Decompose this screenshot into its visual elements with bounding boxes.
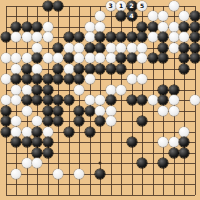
stone-white[interactable] bbox=[106, 85, 116, 95]
stone-white[interactable] bbox=[74, 53, 84, 63]
stone-black[interactable] bbox=[22, 22, 32, 32]
stone-white-move-5[interactable]: 5 bbox=[137, 1, 147, 11]
stone-black[interactable] bbox=[32, 95, 42, 105]
stone-black[interactable] bbox=[43, 74, 53, 84]
stone-white[interactable] bbox=[95, 11, 105, 21]
stone-white[interactable] bbox=[64, 43, 74, 53]
stone-white[interactable] bbox=[116, 43, 126, 53]
stone-white[interactable] bbox=[169, 43, 179, 53]
stone-black[interactable] bbox=[22, 95, 32, 105]
stone-black[interactable] bbox=[179, 43, 189, 53]
stone-white[interactable] bbox=[169, 95, 179, 105]
stone-white[interactable] bbox=[32, 43, 42, 53]
stone-white[interactable] bbox=[106, 53, 116, 63]
stone-white-move-1[interactable]: 1 bbox=[116, 1, 126, 11]
stone-white[interactable] bbox=[11, 95, 21, 105]
stone-white[interactable] bbox=[1, 74, 11, 84]
stone-white[interactable] bbox=[1, 95, 11, 105]
stone-white[interactable] bbox=[169, 32, 179, 42]
stone-white[interactable] bbox=[179, 11, 189, 21]
stone-black[interactable] bbox=[32, 137, 42, 147]
stone-black[interactable] bbox=[158, 53, 168, 63]
stone-black[interactable] bbox=[106, 95, 116, 105]
stone-white[interactable] bbox=[179, 127, 189, 137]
stone-white[interactable] bbox=[85, 53, 95, 63]
stone-black[interactable] bbox=[43, 106, 53, 116]
stone-black[interactable] bbox=[169, 85, 179, 95]
stone-black[interactable] bbox=[127, 137, 137, 147]
stone-white[interactable] bbox=[43, 32, 53, 42]
stone-black-move-4[interactable]: 4 bbox=[127, 11, 137, 21]
stone-black[interactable] bbox=[1, 106, 11, 116]
stone-black[interactable] bbox=[190, 53, 200, 63]
stone-white[interactable] bbox=[11, 85, 21, 95]
stone-black[interactable] bbox=[64, 127, 74, 137]
stone-black[interactable] bbox=[64, 74, 74, 84]
stone-white[interactable] bbox=[169, 106, 179, 116]
stone-black[interactable] bbox=[179, 53, 189, 63]
stone-black[interactable] bbox=[74, 32, 84, 42]
stone-white[interactable] bbox=[95, 22, 105, 32]
stone-black[interactable] bbox=[137, 158, 147, 168]
stone-white[interactable] bbox=[95, 95, 105, 105]
grid-line-horizontal bbox=[6, 184, 195, 185]
stone-black[interactable] bbox=[32, 85, 42, 95]
stone-white[interactable] bbox=[137, 43, 147, 53]
stone-black[interactable] bbox=[74, 106, 84, 116]
stone-white[interactable] bbox=[1, 53, 11, 63]
stone-black[interactable] bbox=[190, 43, 200, 53]
stone-black[interactable] bbox=[74, 74, 84, 84]
stone-black[interactable] bbox=[22, 74, 32, 84]
stone-white[interactable] bbox=[43, 127, 53, 137]
stone-black[interactable] bbox=[148, 22, 158, 32]
stone-black-move-2[interactable]: 2 bbox=[127, 1, 137, 11]
stone-black[interactable] bbox=[43, 148, 53, 158]
stone-black[interactable] bbox=[116, 53, 126, 63]
stone-white[interactable] bbox=[22, 85, 32, 95]
stone-black[interactable] bbox=[158, 95, 168, 105]
stone-white[interactable] bbox=[158, 11, 168, 21]
stone-black[interactable] bbox=[158, 85, 168, 95]
stone-black[interactable] bbox=[32, 127, 42, 137]
grid-line-horizontal bbox=[6, 195, 195, 196]
stone-black[interactable] bbox=[95, 43, 105, 53]
stone-black[interactable] bbox=[190, 22, 200, 32]
stone-white[interactable] bbox=[179, 32, 189, 42]
stone-black[interactable] bbox=[190, 32, 200, 42]
stone-black[interactable] bbox=[127, 95, 137, 105]
stone-black[interactable] bbox=[106, 32, 116, 42]
stone-black[interactable] bbox=[32, 74, 42, 84]
stone-white[interactable] bbox=[148, 32, 158, 42]
hoshi-point bbox=[99, 162, 102, 165]
stone-black[interactable] bbox=[53, 116, 63, 126]
stone-black[interactable] bbox=[106, 64, 116, 74]
stone-white[interactable] bbox=[22, 158, 32, 168]
stone-black[interactable] bbox=[179, 148, 189, 158]
stone-white[interactable] bbox=[127, 43, 137, 53]
stone-black[interactable] bbox=[43, 137, 53, 147]
stone-black[interactable] bbox=[64, 32, 74, 42]
stone-white[interactable] bbox=[43, 22, 53, 32]
stone-white[interactable] bbox=[64, 64, 74, 74]
stone-black[interactable] bbox=[1, 32, 11, 42]
stone-white[interactable] bbox=[74, 43, 84, 53]
stone-black[interactable] bbox=[95, 64, 105, 74]
stone-white[interactable] bbox=[158, 137, 168, 147]
stone-black[interactable] bbox=[169, 148, 179, 158]
stone-black[interactable] bbox=[179, 64, 189, 74]
stone-white-move-3[interactable]: 3 bbox=[106, 1, 116, 11]
stone-white[interactable] bbox=[95, 53, 105, 63]
stone-black[interactable] bbox=[43, 95, 53, 105]
stone-white[interactable] bbox=[169, 1, 179, 11]
stone-black[interactable] bbox=[1, 116, 11, 126]
stone-black[interactable] bbox=[148, 53, 158, 63]
stone-black[interactable] bbox=[74, 116, 84, 126]
stone-white[interactable] bbox=[158, 106, 168, 116]
stone-white[interactable] bbox=[106, 116, 116, 126]
stone-black[interactable] bbox=[64, 95, 74, 105]
stone-black[interactable] bbox=[53, 43, 63, 53]
stone-black[interactable] bbox=[53, 74, 63, 84]
stone-black[interactable] bbox=[137, 116, 147, 126]
stone-black[interactable] bbox=[158, 32, 168, 42]
stone-black[interactable] bbox=[137, 95, 147, 105]
stone-black[interactable] bbox=[158, 158, 168, 168]
stone-white[interactable] bbox=[74, 85, 84, 95]
stone-black[interactable] bbox=[137, 22, 147, 32]
screenshot-root: 31254 bbox=[0, 0, 200, 200]
stone-white[interactable] bbox=[74, 169, 84, 179]
stone-black[interactable] bbox=[64, 53, 74, 63]
stone-black[interactable] bbox=[32, 148, 42, 158]
stone-black[interactable] bbox=[95, 169, 105, 179]
stone-white[interactable] bbox=[190, 95, 200, 105]
stone-black[interactable] bbox=[179, 137, 189, 147]
stone-black[interactable] bbox=[85, 43, 95, 53]
stone-white[interactable] bbox=[11, 32, 21, 42]
stone-black[interactable] bbox=[137, 32, 147, 42]
stone-white[interactable] bbox=[95, 106, 105, 116]
stone-white[interactable] bbox=[148, 95, 158, 105]
stone-white[interactable] bbox=[137, 74, 147, 84]
stone-white[interactable] bbox=[22, 32, 32, 42]
stone-black[interactable] bbox=[1, 127, 11, 137]
stone-black[interactable] bbox=[53, 106, 63, 116]
stone-white[interactable] bbox=[11, 64, 21, 74]
stone-black[interactable] bbox=[179, 22, 189, 32]
stone-white[interactable] bbox=[22, 53, 32, 63]
stone-black[interactable] bbox=[22, 64, 32, 74]
stone-black[interactable] bbox=[11, 137, 21, 147]
stone-white[interactable] bbox=[148, 11, 158, 21]
stone-white[interactable] bbox=[85, 22, 95, 32]
stone-black[interactable] bbox=[116, 32, 126, 42]
stone-white[interactable] bbox=[169, 137, 179, 147]
stone-black[interactable] bbox=[74, 64, 84, 74]
stone-black[interactable] bbox=[127, 53, 137, 63]
stone-black[interactable] bbox=[22, 137, 32, 147]
stone-white[interactable] bbox=[11, 169, 21, 179]
stone-white[interactable] bbox=[137, 53, 147, 63]
stone-white[interactable] bbox=[11, 53, 21, 63]
stone-white[interactable] bbox=[106, 43, 116, 53]
stone-white[interactable] bbox=[106, 106, 116, 116]
stone-black[interactable] bbox=[32, 22, 42, 32]
stone-black[interactable] bbox=[85, 106, 95, 116]
stone-black[interactable] bbox=[127, 32, 137, 42]
stone-black[interactable] bbox=[158, 43, 168, 53]
stone-white[interactable] bbox=[116, 85, 126, 95]
stone-black[interactable] bbox=[95, 32, 105, 42]
stone-white[interactable] bbox=[32, 32, 42, 42]
stone-black[interactable] bbox=[116, 64, 126, 74]
stone-white[interactable] bbox=[53, 53, 63, 63]
stone-white[interactable] bbox=[85, 95, 95, 105]
stone-white[interactable] bbox=[169, 22, 179, 32]
stone-white[interactable] bbox=[85, 32, 95, 42]
stone-white[interactable] bbox=[43, 53, 53, 63]
stone-white[interactable] bbox=[127, 74, 137, 84]
stone-white[interactable] bbox=[53, 169, 63, 179]
stone-white[interactable] bbox=[158, 22, 168, 32]
stone-black[interactable] bbox=[85, 127, 95, 137]
stone-black[interactable] bbox=[11, 22, 21, 32]
stone-black[interactable] bbox=[43, 1, 53, 11]
stone-black[interactable] bbox=[53, 1, 63, 11]
stone-white[interactable] bbox=[32, 158, 42, 168]
stone-black[interactable] bbox=[53, 64, 63, 74]
stone-white[interactable] bbox=[11, 116, 21, 126]
stone-black[interactable] bbox=[116, 11, 126, 21]
stone-black[interactable] bbox=[43, 116, 53, 126]
stone-black[interactable] bbox=[85, 64, 95, 74]
stone-black[interactable] bbox=[190, 11, 200, 21]
stone-white[interactable] bbox=[85, 74, 95, 84]
stone-white[interactable] bbox=[32, 116, 42, 126]
stone-white[interactable] bbox=[11, 127, 21, 137]
go-board[interactable]: 31254 bbox=[0, 0, 200, 200]
stone-black[interactable] bbox=[32, 53, 42, 63]
stone-white[interactable] bbox=[22, 127, 32, 137]
stone-black[interactable] bbox=[95, 116, 105, 126]
stone-white[interactable] bbox=[22, 106, 32, 116]
stone-black[interactable] bbox=[53, 95, 63, 105]
stone-black[interactable] bbox=[43, 85, 53, 95]
stone-black[interactable] bbox=[11, 74, 21, 84]
stone-white[interactable] bbox=[32, 64, 42, 74]
